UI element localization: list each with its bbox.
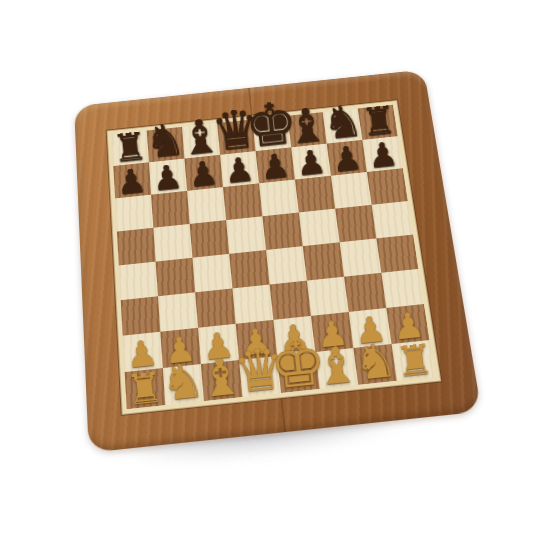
- square-c4[interactable]: [192, 254, 232, 292]
- square-b4[interactable]: [156, 258, 196, 297]
- square-f6[interactable]: [295, 176, 335, 213]
- square-d3[interactable]: [232, 285, 273, 324]
- photo-background: ♜♞♝♛♚♝♞♜♟♟♟♟♟♟♟♟♟♟♟♟♟♟♟♟♜♞♝♛♚♝♞♜: [0, 0, 533, 533]
- square-f5[interactable]: [299, 209, 340, 247]
- square-f4[interactable]: [303, 242, 344, 280]
- piece-slot-f7: ♟: [291, 144, 331, 180]
- square-h4[interactable]: [376, 235, 418, 273]
- square-d6[interactable]: [223, 183, 262, 220]
- square-h3[interactable]: [381, 269, 424, 308]
- square-d5[interactable]: [226, 216, 266, 254]
- square-d4[interactable]: [229, 250, 269, 288]
- square-g4[interactable]: [340, 238, 382, 276]
- piece-black-rook-h8[interactable]: ♜: [359, 105, 397, 139]
- piece-slot-g7: ♟: [327, 140, 367, 176]
- square-e4[interactable]: [266, 246, 307, 284]
- square-c6[interactable]: [187, 187, 226, 224]
- piece-white-bishop-f1[interactable]: ♝: [312, 344, 361, 388]
- square-h6[interactable]: [367, 168, 408, 205]
- piece-slot-c7: ♟: [184, 155, 223, 191]
- square-e5[interactable]: [262, 212, 302, 250]
- square-g3[interactable]: [344, 273, 386, 312]
- piece-black-pawn-f7[interactable]: ♟: [295, 149, 327, 178]
- square-b6[interactable]: [151, 191, 190, 228]
- piece-white-bishop-c1[interactable]: ♝: [196, 356, 245, 400]
- piece-slot-d1: ♛: [239, 356, 281, 397]
- piece-black-pawn-c7[interactable]: ♟: [187, 160, 219, 189]
- piece-slot-h1: ♜: [391, 340, 435, 381]
- piece-black-pawn-a7[interactable]: ♟: [115, 167, 147, 196]
- piece-black-bishop-c8[interactable]: ♝: [178, 117, 223, 157]
- square-e6[interactable]: [259, 180, 299, 217]
- piece-slot-a1: ♜: [125, 368, 166, 409]
- square-b3[interactable]: [158, 292, 198, 331]
- piece-black-pawn-e7[interactable]: ♟: [259, 152, 291, 181]
- square-a6[interactable]: [115, 195, 153, 232]
- piece-black-pawn-b7[interactable]: ♟: [151, 164, 183, 193]
- piece-white-rook-a1[interactable]: ♜: [124, 371, 165, 407]
- board-inner-frame: ♜♞♝♛♚♝♞♜♟♟♟♟♟♟♟♟♟♟♟♟♟♟♟♟♜♞♝♛♚♝♞♜: [107, 100, 442, 415]
- square-c3[interactable]: [195, 288, 236, 327]
- piece-slot-h7: ♟: [362, 136, 403, 172]
- piece-slot-b7: ♟: [149, 159, 187, 195]
- piece-slot-c1: ♝: [201, 360, 243, 401]
- square-b5[interactable]: [153, 224, 192, 262]
- square-a5[interactable]: [117, 228, 156, 266]
- square-g5[interactable]: [335, 205, 376, 242]
- piece-slot-a7: ♟: [113, 162, 151, 198]
- square-a4[interactable]: [119, 262, 158, 301]
- chessboard: ♜♞♝♛♚♝♞♜♟♟♟♟♟♟♟♟♟♟♟♟♟♟♟♟♜♞♝♛♚♝♞♜: [74, 70, 481, 453]
- piece-black-bishop-f8[interactable]: ♝: [284, 106, 329, 146]
- piece-white-rook-h1[interactable]: ♜: [394, 342, 435, 378]
- square-e3[interactable]: [270, 281, 311, 320]
- square-c5[interactable]: [190, 220, 230, 258]
- piece-black-pawn-h7[interactable]: ♟: [367, 141, 399, 170]
- square-g6[interactable]: [331, 172, 372, 209]
- piece-black-pawn-g7[interactable]: ♟: [331, 145, 363, 174]
- square-f3[interactable]: [307, 277, 349, 316]
- square-a3[interactable]: [121, 296, 161, 335]
- piece-slot-f1: ♝: [315, 348, 358, 389]
- square-h5[interactable]: [372, 201, 414, 238]
- board-wood-frame: ♜♞♝♛♚♝♞♜♟♟♟♟♟♟♟♟♟♟♟♟♟♟♟♟♜♞♝♛♚♝♞♜: [74, 70, 481, 453]
- piece-slot-e7: ♟: [256, 147, 295, 183]
- piece-black-rook-a8[interactable]: ♜: [111, 131, 149, 165]
- piece-black-pawn-d7[interactable]: ♟: [223, 156, 255, 185]
